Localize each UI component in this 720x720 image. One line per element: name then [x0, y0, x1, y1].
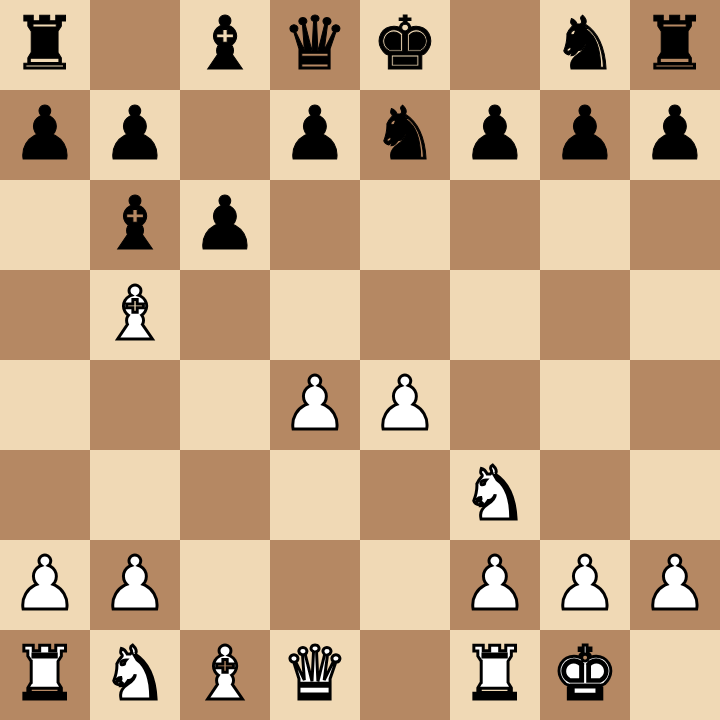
square-h1[interactable]	[630, 630, 720, 720]
white-knight-b1[interactable]: ♞	[102, 636, 168, 710]
black-pawn-h7[interactable]: ♟	[642, 96, 708, 170]
square-g5[interactable]	[540, 270, 630, 360]
square-d6[interactable]	[270, 180, 360, 270]
square-b5[interactable]: ♝	[90, 270, 180, 360]
white-king-g1[interactable]: ♚	[552, 636, 618, 710]
square-b8[interactable]	[90, 0, 180, 90]
square-c1[interactable]: ♝	[180, 630, 270, 720]
square-h2[interactable]: ♟	[630, 540, 720, 630]
square-c3[interactable]	[180, 450, 270, 540]
square-e7[interactable]: ♞	[360, 90, 450, 180]
white-pawn-e4[interactable]: ♟	[372, 366, 438, 440]
square-d2[interactable]	[270, 540, 360, 630]
square-a3[interactable]	[0, 450, 90, 540]
square-g8[interactable]: ♞	[540, 0, 630, 90]
square-d5[interactable]	[270, 270, 360, 360]
black-king-e8[interactable]: ♚	[372, 6, 438, 80]
square-c2[interactable]	[180, 540, 270, 630]
square-h5[interactable]	[630, 270, 720, 360]
white-rook-f1[interactable]: ♜	[462, 636, 528, 710]
square-f4[interactable]	[450, 360, 540, 450]
square-d3[interactable]	[270, 450, 360, 540]
square-e1[interactable]	[360, 630, 450, 720]
square-a5[interactable]	[0, 270, 90, 360]
black-bishop-b6[interactable]: ♝	[102, 186, 168, 260]
square-d1[interactable]: ♛	[270, 630, 360, 720]
white-pawn-g2[interactable]: ♟	[552, 546, 618, 620]
square-g4[interactable]	[540, 360, 630, 450]
square-a2[interactable]: ♟	[0, 540, 90, 630]
square-a1[interactable]: ♜	[0, 630, 90, 720]
square-e6[interactable]	[360, 180, 450, 270]
square-f1[interactable]: ♜	[450, 630, 540, 720]
square-d7[interactable]: ♟	[270, 90, 360, 180]
square-f2[interactable]: ♟	[450, 540, 540, 630]
square-e3[interactable]	[360, 450, 450, 540]
white-knight-f3[interactable]: ♞	[462, 456, 528, 530]
square-e8[interactable]: ♚	[360, 0, 450, 90]
square-h6[interactable]	[630, 180, 720, 270]
black-pawn-a7[interactable]: ♟	[12, 96, 78, 170]
square-c7[interactable]	[180, 90, 270, 180]
white-pawn-d4[interactable]: ♟	[282, 366, 348, 440]
black-pawn-f7[interactable]: ♟	[462, 96, 528, 170]
black-bishop-c8[interactable]: ♝	[192, 6, 258, 80]
square-a7[interactable]: ♟	[0, 90, 90, 180]
white-pawn-a2[interactable]: ♟	[12, 546, 78, 620]
square-h3[interactable]	[630, 450, 720, 540]
black-pawn-g7[interactable]: ♟	[552, 96, 618, 170]
square-d4[interactable]: ♟	[270, 360, 360, 450]
square-f5[interactable]	[450, 270, 540, 360]
square-c8[interactable]: ♝	[180, 0, 270, 90]
square-h7[interactable]: ♟	[630, 90, 720, 180]
black-rook-a8[interactable]: ♜	[12, 6, 78, 80]
square-b2[interactable]: ♟	[90, 540, 180, 630]
square-f7[interactable]: ♟	[450, 90, 540, 180]
white-pawn-f2[interactable]: ♟	[462, 546, 528, 620]
square-f6[interactable]	[450, 180, 540, 270]
square-a6[interactable]	[0, 180, 90, 270]
square-h8[interactable]: ♜	[630, 0, 720, 90]
black-knight-g8[interactable]: ♞	[552, 6, 618, 80]
square-f3[interactable]: ♞	[450, 450, 540, 540]
chess-board: ♜♝♛♚♞♜♟♟♟♞♟♟♟♝♟♝♟♟♞♟♟♟♟♟♜♞♝♛♜♚	[0, 0, 720, 720]
square-a4[interactable]	[0, 360, 90, 450]
square-h4[interactable]	[630, 360, 720, 450]
white-pawn-b2[interactable]: ♟	[102, 546, 168, 620]
black-pawn-d7[interactable]: ♟	[282, 96, 348, 170]
square-g6[interactable]	[540, 180, 630, 270]
square-e5[interactable]	[360, 270, 450, 360]
square-c5[interactable]	[180, 270, 270, 360]
black-pawn-c6[interactable]: ♟	[192, 186, 258, 260]
square-b6[interactable]: ♝	[90, 180, 180, 270]
white-bishop-c1[interactable]: ♝	[192, 636, 258, 710]
square-d8[interactable]: ♛	[270, 0, 360, 90]
square-b3[interactable]	[90, 450, 180, 540]
square-e4[interactable]: ♟	[360, 360, 450, 450]
square-a8[interactable]: ♜	[0, 0, 90, 90]
black-rook-h8[interactable]: ♜	[642, 6, 708, 80]
white-rook-a1[interactable]: ♜	[12, 636, 78, 710]
square-e2[interactable]	[360, 540, 450, 630]
square-g2[interactable]: ♟	[540, 540, 630, 630]
square-b7[interactable]: ♟	[90, 90, 180, 180]
square-c6[interactable]: ♟	[180, 180, 270, 270]
white-pawn-h2[interactable]: ♟	[642, 546, 708, 620]
square-f8[interactable]	[450, 0, 540, 90]
square-g3[interactable]	[540, 450, 630, 540]
black-pawn-b7[interactable]: ♟	[102, 96, 168, 170]
black-queen-d8[interactable]: ♛	[282, 6, 348, 80]
square-b1[interactable]: ♞	[90, 630, 180, 720]
square-b4[interactable]	[90, 360, 180, 450]
square-c4[interactable]	[180, 360, 270, 450]
white-queen-d1[interactable]: ♛	[282, 636, 348, 710]
square-g7[interactable]: ♟	[540, 90, 630, 180]
square-g1[interactable]: ♚	[540, 630, 630, 720]
black-knight-e7[interactable]: ♞	[372, 96, 438, 170]
white-bishop-b5[interactable]: ♝	[102, 276, 168, 350]
